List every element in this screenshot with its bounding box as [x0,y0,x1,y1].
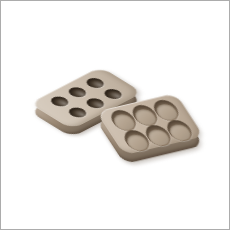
pit-left_tray-r1c1[interactable] [83,97,107,111]
pit-tray-right [109,98,191,150]
pit-left_tray-r0c1[interactable] [65,86,89,100]
pit-left_tray-r0c0[interactable] [47,95,71,109]
pit-left_tray-r1c0[interactable] [65,106,89,120]
tray-right-slab [96,93,204,156]
product-photo-frame [0,0,230,230]
pit-left_tray-r0c2[interactable] [83,76,107,90]
